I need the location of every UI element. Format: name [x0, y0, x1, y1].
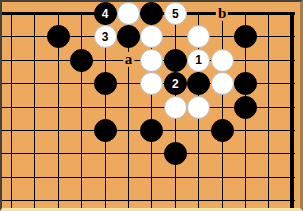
black-stone	[117, 25, 140, 48]
black-stone	[140, 119, 163, 142]
grid-line-vertical	[11, 12, 12, 208]
grid-line-horizontal	[2, 153, 295, 154]
black-stone-move-2: 2	[164, 72, 187, 95]
board-right-edge-line	[290, 12, 294, 208]
black-stone	[164, 142, 187, 165]
point-label-a: a	[123, 52, 135, 67]
go-board: 45312ab	[2, 2, 300, 208]
black-stone	[94, 72, 117, 95]
black-stone	[234, 25, 257, 48]
grid-line-vertical	[222, 12, 223, 208]
black-stone	[234, 96, 257, 119]
black-stone	[47, 25, 70, 48]
grid-line-vertical	[268, 12, 269, 208]
white-stone	[117, 2, 140, 25]
grid-line-vertical	[34, 12, 35, 208]
white-stone-move-5: 5	[164, 2, 187, 25]
white-stone-move-3: 3	[94, 25, 117, 48]
white-stone-move-1: 1	[187, 49, 210, 72]
white-stone	[140, 49, 163, 72]
grid-line-horizontal	[2, 200, 295, 201]
point-label-b: b	[216, 5, 228, 20]
grid-line-horizontal	[2, 177, 295, 178]
black-stone	[70, 49, 93, 72]
black-stone	[140, 2, 163, 25]
white-stone	[211, 72, 234, 95]
black-stone-move-4: 4	[94, 2, 117, 25]
white-stone	[140, 25, 163, 48]
black-stone	[164, 49, 187, 72]
grid-line-vertical	[81, 12, 82, 208]
white-stone	[187, 25, 210, 48]
white-stone	[211, 49, 234, 72]
go-board-diagram: 45312ab	[0, 0, 303, 211]
black-stone	[234, 72, 257, 95]
black-stone	[211, 119, 234, 142]
black-stone	[94, 119, 117, 142]
black-stone	[187, 72, 210, 95]
white-stone	[164, 96, 187, 119]
white-stone	[140, 72, 163, 95]
white-stone	[187, 96, 210, 119]
